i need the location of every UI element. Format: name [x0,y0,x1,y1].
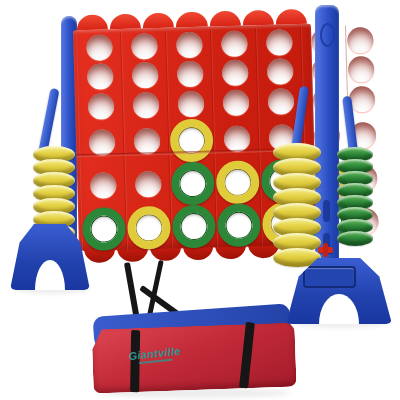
empty-hole [89,173,116,200]
cell-r1c4[interactable] [211,28,257,59]
cell-r4c4[interactable] [213,117,259,161]
empty-hole [222,90,249,117]
disc-green [171,161,215,205]
cell-r4c3[interactable] [169,118,215,162]
cell-r3c1[interactable] [78,91,124,122]
right-yellow-disc-stack[interactable] [273,143,321,263]
empty-hole [266,59,293,86]
cell-r2c5[interactable] [257,57,303,88]
empty-hole [176,32,203,59]
cell-r5c2[interactable] [125,163,171,207]
cell-r4c2[interactable] [124,120,170,164]
disc-green [172,204,216,248]
cell-r6c2[interactable] [126,206,172,250]
disc-green [217,203,261,247]
scallop-hump [143,13,175,29]
disc-yellow [216,160,260,204]
scallop-hump [242,10,274,26]
empty-hole [347,27,374,54]
cell-r6c4[interactable] [216,203,262,247]
cell-r5c4[interactable] [215,160,261,204]
scallop-hump [77,14,109,30]
scallop-hump [209,11,241,27]
empty-hole [132,92,159,119]
cell-r1c3[interactable] [166,30,212,61]
stacked-disc-green [337,231,373,246]
cell-r2c4[interactable] [212,58,258,89]
right-base-foot [286,258,392,324]
empty-hole [86,64,113,91]
empty-hole [86,34,113,61]
left-yellow-disc-stack[interactable] [33,146,75,237]
disc-yellow [170,118,214,162]
cell-r3c4[interactable] [213,88,259,119]
disc-yellow [127,206,171,250]
cell-r2c3[interactable] [167,59,213,90]
cell-r3c2[interactable] [123,90,169,121]
bag-red-front-panel [92,323,297,394]
right-base-arch [319,294,359,324]
empty-hole [87,93,114,120]
cell-r5c1[interactable] [80,164,126,208]
cell-r2c7[interactable] [347,55,375,85]
cell-r1c5[interactable] [256,27,302,58]
scallop-hump [176,12,208,28]
cell-r1c1[interactable] [76,32,122,63]
cell-r3c3[interactable] [168,89,214,120]
empty-hole [266,29,293,56]
right-post-slot [323,200,330,222]
disc-green [82,207,126,251]
empty-hole [267,88,294,115]
right-post-emboss [320,23,335,47]
empty-hole [177,91,204,118]
cell-r4c1[interactable] [79,121,125,165]
cell-r5c3[interactable] [170,161,216,205]
cell-r2c2[interactable] [122,60,168,91]
carry-bag: Giantville [90,284,300,399]
empty-hole [348,56,375,83]
empty-hole [134,171,161,198]
cell-r6c3[interactable] [171,204,217,248]
scallop-hump [275,9,307,25]
empty-hole [221,30,248,57]
empty-hole [221,60,248,87]
empty-hole [131,33,158,60]
product-photo-giant-connect-four: Giantville [0,0,400,400]
right-post-latch[interactable] [318,247,333,253]
left-base-arch [35,260,65,290]
cell-r1c7[interactable] [346,25,374,55]
empty-hole [131,63,158,90]
cell-r1c2[interactable] [121,31,167,62]
scallop-hump [110,13,142,29]
cell-r6c1[interactable] [81,207,127,251]
cell-r2c1[interactable] [77,62,123,93]
right-green-disc-stack[interactable] [337,147,373,243]
empty-hole [176,61,203,88]
right-base-logo-plate [303,266,356,288]
